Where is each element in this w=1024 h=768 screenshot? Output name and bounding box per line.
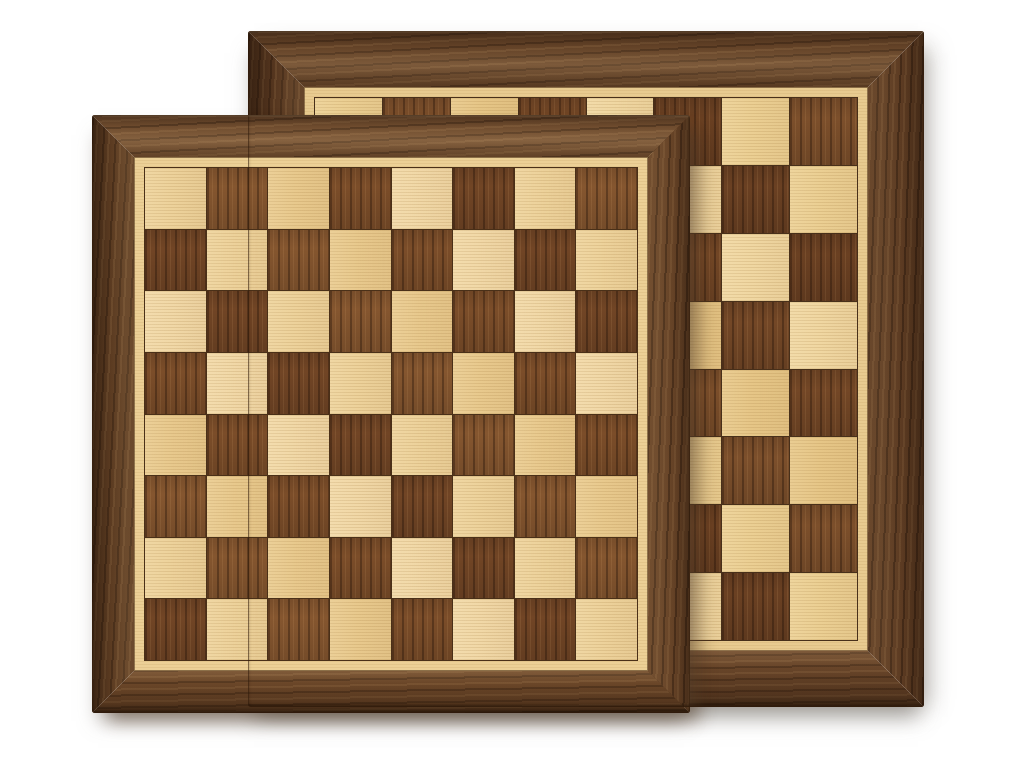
front-board-square-e6	[392, 291, 453, 352]
front-board-square-f8	[453, 168, 514, 229]
back-board-square-h5	[790, 302, 857, 369]
front-board-square-g6	[515, 291, 576, 352]
front-board-square-e2	[392, 538, 453, 599]
front-board-square-c3	[268, 476, 329, 537]
front-board-square-c8	[268, 168, 329, 229]
front-board-square-f4	[453, 415, 514, 476]
back-board-square-g6	[722, 234, 789, 301]
front-board-square-d8	[330, 168, 391, 229]
back-board-square-h7	[790, 166, 857, 233]
back-board-square-h2	[790, 505, 857, 572]
front-board-square-c2	[268, 538, 329, 599]
front-board-square-e1	[392, 599, 453, 660]
front-board-square-h6	[576, 291, 637, 352]
back-board-square-g7	[722, 166, 789, 233]
front-board-square-a1	[145, 599, 206, 660]
front-board-square-g7	[515, 230, 576, 291]
front-board-square-b8	[207, 168, 268, 229]
front-board-square-d4	[330, 415, 391, 476]
back-board-square-g8	[722, 98, 789, 165]
back-board-square-h6	[790, 234, 857, 301]
front-board-square-a2	[145, 538, 206, 599]
front-board-square-e7	[392, 230, 453, 291]
front-board-square-a4	[145, 415, 206, 476]
front-board-surface	[134, 157, 648, 671]
front-board-square-h3	[576, 476, 637, 537]
front-board-square-g1	[515, 599, 576, 660]
front-board-square-d5	[330, 353, 391, 414]
front-board-square-a6	[145, 291, 206, 352]
front-board-square-e4	[392, 415, 453, 476]
front-board-square-c4	[268, 415, 329, 476]
front-board-square-f3	[453, 476, 514, 537]
front-board-square-h1	[576, 599, 637, 660]
front-board-square-g4	[515, 415, 576, 476]
back-board-square-g1	[722, 573, 789, 640]
front-board-square-f1	[453, 599, 514, 660]
front-board-square-g5	[515, 353, 576, 414]
back-board-square-g3	[722, 437, 789, 504]
front-board-square-a3	[145, 476, 206, 537]
front-board-square-h7	[576, 230, 637, 291]
front-board-square-a5	[145, 353, 206, 414]
front-board-square-h4	[576, 415, 637, 476]
front-board-square-a8	[145, 168, 206, 229]
back-board-square-h4	[790, 370, 857, 437]
front-board-square-b4	[207, 415, 268, 476]
chessboards-product-photo	[0, 0, 1024, 768]
front-board-square-c1	[268, 599, 329, 660]
front-board-square-c5	[268, 353, 329, 414]
back-board-square-g2	[722, 505, 789, 572]
front-board-square-e3	[392, 476, 453, 537]
front-board-square-f5	[453, 353, 514, 414]
front-chessboard	[92, 115, 690, 713]
front-board-square-h5	[576, 353, 637, 414]
front-board-square-d2	[330, 538, 391, 599]
front-board-square-h8	[576, 168, 637, 229]
front-board-square-b5	[207, 353, 268, 414]
front-board-square-d3	[330, 476, 391, 537]
front-board-square-h2	[576, 538, 637, 599]
front-board-square-b7	[207, 230, 268, 291]
front-board-square-b1	[207, 599, 268, 660]
front-board-square-e5	[392, 353, 453, 414]
front-board-square-b3	[207, 476, 268, 537]
front-board-square-e8	[392, 168, 453, 229]
front-board-square-g2	[515, 538, 576, 599]
front-board-square-f7	[453, 230, 514, 291]
back-board-frame-right	[868, 31, 924, 707]
back-board-frame-top	[248, 31, 924, 87]
back-board-square-h1	[790, 573, 857, 640]
front-board-square-d1	[330, 599, 391, 660]
front-board-grid	[144, 167, 638, 661]
back-board-square-h3	[790, 437, 857, 504]
front-board-square-d6	[330, 291, 391, 352]
front-board-square-d7	[330, 230, 391, 291]
back-board-square-g4	[722, 370, 789, 437]
front-board-frame-bottom	[92, 671, 690, 713]
front-board-square-g3	[515, 476, 576, 537]
front-board-square-f2	[453, 538, 514, 599]
front-board-square-f6	[453, 291, 514, 352]
front-board-square-a7	[145, 230, 206, 291]
back-board-square-g5	[722, 302, 789, 369]
front-board-square-b2	[207, 538, 268, 599]
front-board-square-g8	[515, 168, 576, 229]
front-board-square-b6	[207, 291, 268, 352]
front-board-frame-top	[92, 115, 690, 157]
back-board-square-h8	[790, 98, 857, 165]
front-board-square-c6	[268, 291, 329, 352]
front-board-frame-left	[92, 115, 134, 713]
front-board-frame-right	[648, 115, 690, 713]
front-board-square-c7	[268, 230, 329, 291]
